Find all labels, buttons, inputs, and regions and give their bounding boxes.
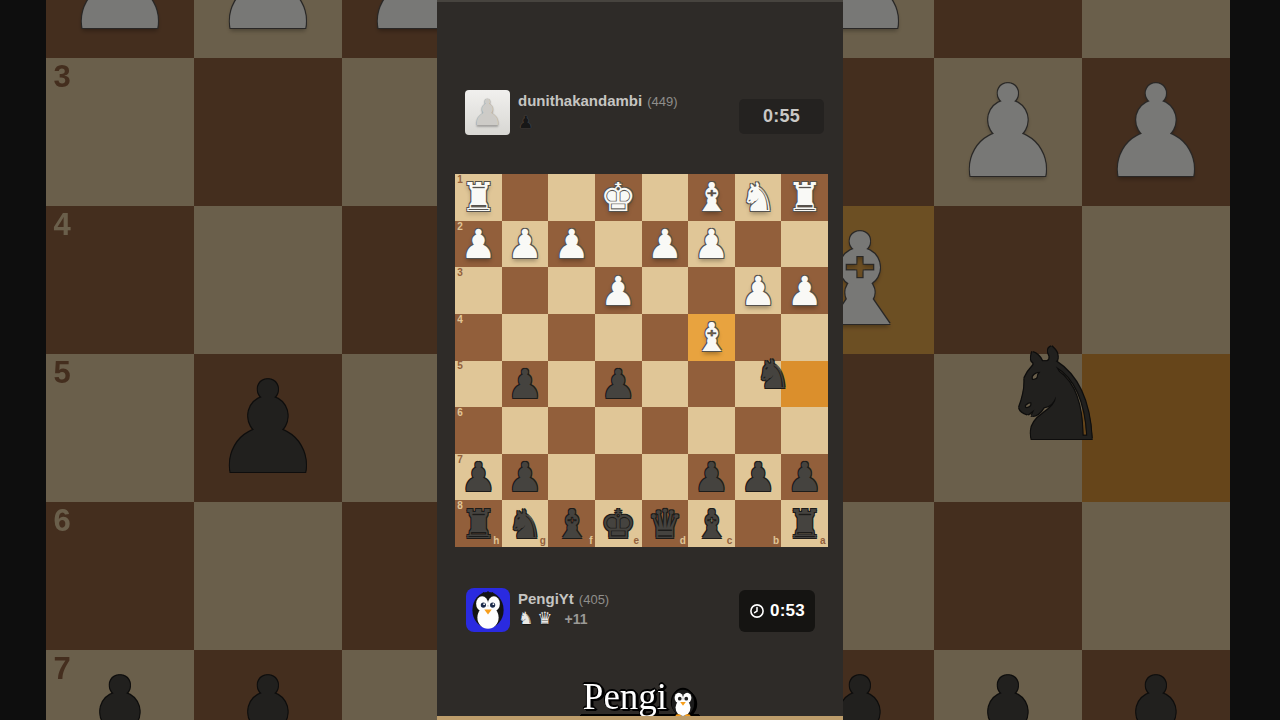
square-f4[interactable]: [548, 314, 595, 361]
square-h5[interactable]: 5: [455, 361, 502, 408]
rank-label-5: 5: [457, 361, 463, 371]
square-a5: ♞: [1082, 354, 1230, 502]
rank-label-4: 4: [53, 209, 70, 240]
rank-label-3: 3: [457, 268, 463, 278]
square-f6[interactable]: [548, 407, 595, 454]
penguin-emoji: [669, 687, 697, 717]
piece-black-knight[interactable]: ♞: [750, 350, 797, 397]
square-h3[interactable]: 3: [455, 267, 502, 314]
piece-white-pawn: ♟: [46, 0, 194, 58]
square-c4[interactable]: ♝: [688, 314, 735, 361]
piece-white-pawn: ♟: [1082, 58, 1230, 206]
opponent-clock: 0:55: [739, 99, 824, 134]
piece-black-pawn[interactable]: ♟: [688, 454, 735, 501]
square-b1[interactable]: ♞: [735, 174, 782, 221]
square-a7: ♟: [1082, 650, 1230, 720]
piece-black-pawn: ♟: [934, 650, 1082, 720]
square-g3[interactable]: [502, 267, 549, 314]
piece-black-knight[interactable]: ♞: [502, 500, 549, 547]
player-clock: 0:53: [739, 590, 815, 632]
square-c6[interactable]: [688, 407, 735, 454]
square-b3: ♟: [934, 58, 1082, 206]
square-f1[interactable]: [548, 174, 595, 221]
square-a6[interactable]: [781, 407, 828, 454]
penguin-avatar-icon: [469, 590, 507, 630]
square-h7[interactable]: 7♟: [455, 454, 502, 501]
piece-white-pawn[interactable]: ♟: [688, 221, 735, 268]
square-d8[interactable]: d♛: [642, 500, 689, 547]
square-e5[interactable]: ♟: [595, 361, 642, 408]
player-avatar[interactable]: [466, 588, 510, 632]
square-c3[interactable]: [688, 267, 735, 314]
square-f2[interactable]: ♟: [548, 221, 595, 268]
square-a3: ♟: [1082, 58, 1230, 206]
player-clock-time: 0:53: [770, 601, 805, 621]
square-f7[interactable]: [548, 454, 595, 501]
piece-white-knight[interactable]: ♞: [735, 174, 782, 221]
player-rating: (405): [579, 592, 609, 607]
piece-black-rook[interactable]: ♜: [455, 500, 502, 547]
piece-black-bishop[interactable]: ♝: [688, 500, 735, 547]
letterbox-right: [1230, 0, 1280, 720]
square-g6: [194, 502, 342, 650]
square-g3: [194, 58, 342, 206]
piece-white-king[interactable]: ♚: [595, 174, 642, 221]
letterbox-left: [0, 0, 46, 720]
square-c2[interactable]: ♟: [688, 221, 735, 268]
square-g4: [194, 206, 342, 354]
square-g6[interactable]: [502, 407, 549, 454]
square-h4[interactable]: 4: [455, 314, 502, 361]
square-d7[interactable]: [642, 454, 689, 501]
file-label-b: b: [773, 536, 779, 546]
opponent-avatar[interactable]: ♟: [465, 90, 510, 135]
opponent-captured-pieces: ♟: [518, 114, 533, 131]
player-name-row[interactable]: PengiYt (405): [518, 590, 609, 607]
square-c5[interactable]: [688, 361, 735, 408]
opponent-rating: (449): [647, 94, 677, 109]
piece-white-bishop[interactable]: ♝: [688, 174, 735, 221]
square-g8[interactable]: g♞: [502, 500, 549, 547]
square-c8[interactable]: c♝: [688, 500, 735, 547]
square-a2[interactable]: [781, 221, 828, 268]
square-b6[interactable]: [735, 407, 782, 454]
square-b7[interactable]: ♟: [735, 454, 782, 501]
square-g5: ♟: [194, 354, 342, 502]
piece-white-pawn[interactable]: ♟: [548, 221, 595, 268]
square-h1[interactable]: 1♜: [455, 174, 502, 221]
square-h2[interactable]: 2♟: [455, 221, 502, 268]
chess-board: 1♜♚♝♞♜2♟♟♟♟♟3♟♟♟4♝5♟♟♞67♟♟♟♟♟8h♜g♞f♝e♚d♛…: [455, 174, 828, 547]
square-f8[interactable]: f♝: [548, 500, 595, 547]
square-d5[interactable]: [642, 361, 689, 408]
piece-black-pawn[interactable]: ♟: [781, 454, 828, 501]
square-f3[interactable]: [548, 267, 595, 314]
piece-black-pawn[interactable]: ♟: [735, 454, 782, 501]
piece-white-pawn: ♟: [194, 0, 342, 58]
piece-black-pawn: ♟: [194, 354, 342, 502]
square-e3[interactable]: ♟: [595, 267, 642, 314]
square-g4[interactable]: [502, 314, 549, 361]
piece-white-pawn[interactable]: ♟: [455, 221, 502, 268]
piece-black-pawn[interactable]: ♟: [502, 454, 549, 501]
piece-black-pawn[interactable]: ♟: [502, 361, 549, 408]
square-e4[interactable]: [595, 314, 642, 361]
square-h4: 4: [46, 206, 194, 354]
square-g5[interactable]: ♟: [502, 361, 549, 408]
rank-label-5: 5: [53, 357, 70, 388]
square-a8[interactable]: a♜: [781, 500, 828, 547]
square-a1[interactable]: ♜: [781, 174, 828, 221]
piece-white-pawn: ♟: [934, 58, 1082, 206]
square-a2: [1082, 0, 1230, 58]
rank-label-6: 6: [53, 505, 70, 536]
square-h8[interactable]: 8h♜: [455, 500, 502, 547]
piece-white-pawn[interactable]: ♟: [595, 267, 642, 314]
square-h6[interactable]: 6: [455, 407, 502, 454]
clock-icon: [749, 603, 765, 619]
material-advantage: +11: [565, 611, 588, 627]
square-h2: 2♟: [46, 0, 194, 58]
square-b3[interactable]: ♟: [735, 267, 782, 314]
square-d6[interactable]: [642, 407, 689, 454]
square-c1[interactable]: ♝: [688, 174, 735, 221]
square-h6: 6: [46, 502, 194, 650]
square-d2[interactable]: ♟: [642, 221, 689, 268]
video-frame: 1♜♚♝♞♜2♟♟♟♟♟3♟♟♟4♝5♟♟♞67♟♟♟♟♟8h♜g♞f♝e♚d♛…: [0, 0, 1280, 720]
square-g7: ♟: [194, 650, 342, 720]
piece-white-pawn[interactable]: ♟: [735, 267, 782, 314]
square-e2[interactable]: [595, 221, 642, 268]
player-captured-pieces: ♞ ♛ +11: [518, 610, 587, 627]
square-g1[interactable]: [502, 174, 549, 221]
captured-black-pawn-icon: ♟: [518, 114, 533, 131]
opponent-name: dunithakandambi: [518, 92, 642, 109]
square-h5: 5: [46, 354, 194, 502]
square-a6: [1082, 502, 1230, 650]
white-pawn-avatar-icon: ♟: [471, 95, 503, 131]
piece-white-pawn[interactable]: ♟: [781, 267, 828, 314]
square-d1[interactable]: [642, 174, 689, 221]
square-g7[interactable]: ♟: [502, 454, 549, 501]
square-f5[interactable]: [548, 361, 595, 408]
square-e1[interactable]: ♚: [595, 174, 642, 221]
square-e8[interactable]: e♚: [595, 500, 642, 547]
piece-black-pawn: ♟: [194, 650, 342, 720]
piece-white-pawn[interactable]: ♟: [502, 221, 549, 268]
footer-title: Pengi: [583, 678, 667, 715]
square-d3[interactable]: [642, 267, 689, 314]
piece-black-pawn[interactable]: ♟: [455, 454, 502, 501]
piece-white-rook[interactable]: ♜: [781, 174, 828, 221]
piece-white-pawn[interactable]: ♟: [642, 221, 689, 268]
player-name: PengiYt: [518, 590, 574, 607]
square-h7: 7♟: [46, 650, 194, 720]
square-e6[interactable]: [595, 407, 642, 454]
square-b7: ♟: [934, 650, 1082, 720]
square-b2: [934, 0, 1082, 58]
piece-black-rook[interactable]: ♜: [781, 500, 828, 547]
square-c7[interactable]: ♟: [688, 454, 735, 501]
square-d4[interactable]: [642, 314, 689, 361]
rank-label-3: 3: [53, 61, 70, 92]
opponent-clock-time: 0:55: [763, 106, 800, 127]
piece-black-pawn: ♟: [46, 650, 194, 720]
piece-black-bishop[interactable]: ♝: [548, 500, 595, 547]
opponent-name-row[interactable]: dunithakandambi (449): [518, 92, 678, 109]
piece-black-queen[interactable]: ♛: [642, 500, 689, 547]
piece-black-pawn[interactable]: ♟: [595, 361, 642, 408]
chess-app-panel: ♟ dunithakandambi (449) ♟ 0:55 1♜♚♝♞♜2♟♟…: [437, 0, 843, 720]
rank-label-6: 6: [457, 408, 463, 418]
piece-black-pawn: ♟: [1082, 650, 1230, 720]
piece-black-king[interactable]: ♚: [595, 500, 642, 547]
square-a3[interactable]: ♟: [781, 267, 828, 314]
piece-black-knight: ♞: [981, 321, 1129, 469]
square-b8[interactable]: b: [735, 500, 782, 547]
square-a7[interactable]: ♟: [781, 454, 828, 501]
captured-white-knight-icon: ♞: [518, 610, 533, 627]
piece-white-rook[interactable]: ♜: [455, 174, 502, 221]
square-b2[interactable]: [735, 221, 782, 268]
square-g2: ♟: [194, 0, 342, 58]
square-a5[interactable]: ♞: [781, 361, 828, 408]
square-b6: [934, 502, 1082, 650]
bottom-wood-strip: [437, 716, 843, 720]
captured-white-queen-icon: ♛: [537, 610, 552, 627]
rank-label-4: 4: [457, 315, 463, 325]
square-g2[interactable]: ♟: [502, 221, 549, 268]
square-e7[interactable]: [595, 454, 642, 501]
footer-caption: Pengi: [437, 678, 843, 719]
piece-white-bishop[interactable]: ♝: [688, 314, 735, 361]
square-h3: 3: [46, 58, 194, 206]
